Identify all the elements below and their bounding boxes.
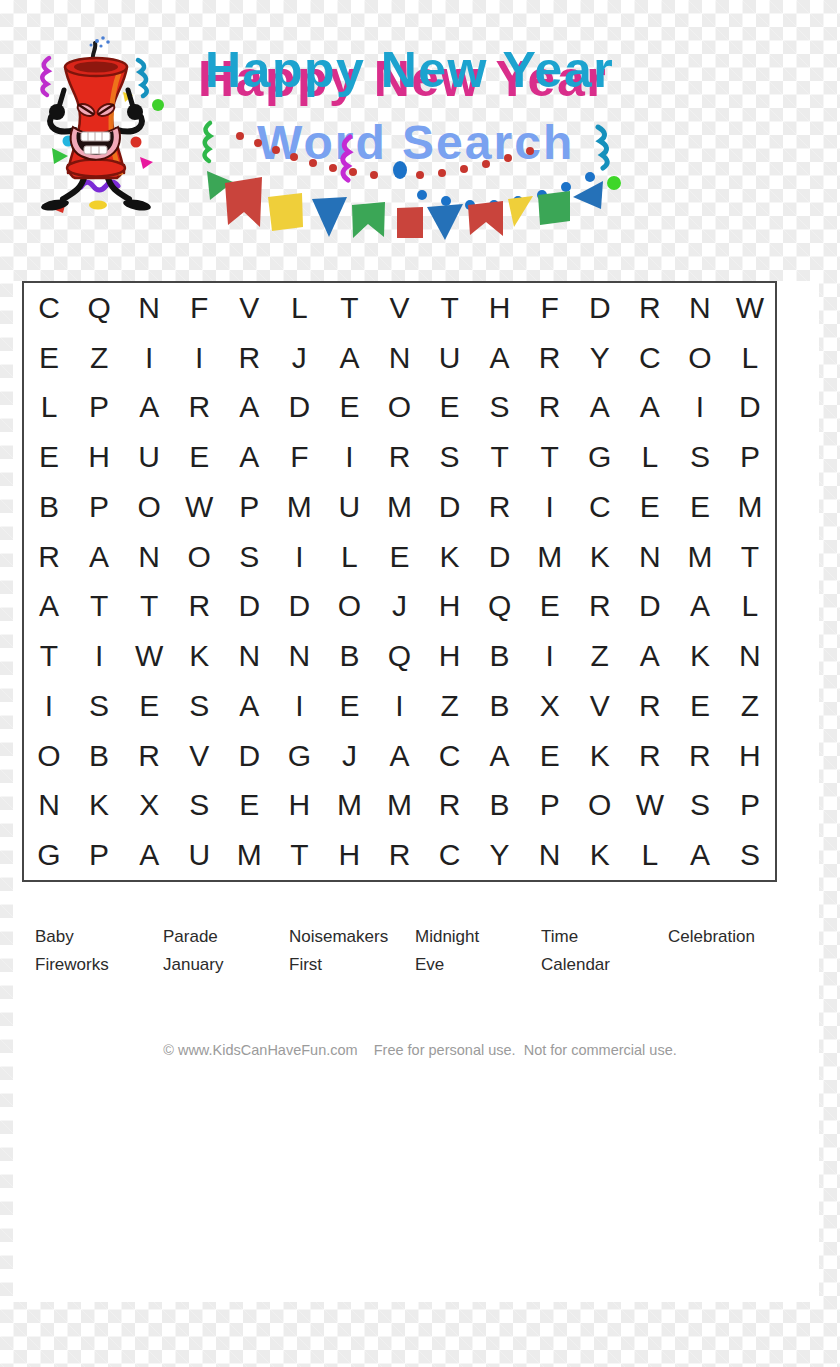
word-list-item: Eve (415, 956, 541, 974)
grid-cell[interactable]: E (124, 681, 174, 731)
grid-cell[interactable]: A (625, 383, 675, 433)
grid-cell[interactable]: R (525, 333, 575, 383)
grid-cell[interactable]: T (124, 582, 174, 632)
grid-cell[interactable]: O (124, 482, 174, 532)
grid-cell[interactable]: Z (425, 681, 475, 731)
grid-cell[interactable]: D (224, 731, 274, 781)
grid-cell[interactable]: J (374, 582, 424, 632)
grid-cell[interactable]: A (675, 582, 725, 632)
grid-cell[interactable]: R (625, 731, 675, 781)
grid-cell[interactable]: E (324, 383, 374, 433)
grid-cell[interactable]: R (475, 482, 525, 532)
grid-cell[interactable]: D (625, 582, 675, 632)
grid-cell[interactable]: T (475, 432, 525, 482)
grid-cell[interactable]: H (324, 830, 374, 880)
grid-cell[interactable]: E (525, 582, 575, 632)
grid-cell[interactable]: Z (575, 631, 625, 681)
grid-cell[interactable]: L (24, 383, 74, 433)
grid-cell[interactable]: I (24, 681, 74, 731)
grid-cell[interactable]: A (625, 631, 675, 681)
grid-cell[interactable]: M (525, 532, 575, 582)
grid-cell[interactable]: O (324, 582, 374, 632)
grid-cell[interactable]: Z (74, 333, 124, 383)
grid-cell[interactable]: I (274, 532, 324, 582)
word-list-item: Baby (35, 928, 163, 946)
party-pennant-banner-icon (190, 115, 650, 245)
word-list-item: Fireworks (35, 956, 163, 974)
grid-cell[interactable]: G (575, 432, 625, 482)
word-list-item: First (289, 956, 415, 974)
grid-cell[interactable]: N (374, 333, 424, 383)
grid-cell[interactable]: R (24, 532, 74, 582)
grid-cell[interactable]: K (575, 731, 625, 781)
grid-cell[interactable]: L (625, 830, 675, 880)
grid-cell[interactable]: P (74, 383, 124, 433)
grid-cell[interactable]: A (124, 830, 174, 880)
grid-cell[interactable]: N (124, 532, 174, 582)
grid-cell[interactable]: K (575, 830, 625, 880)
grid-cell[interactable]: S (425, 432, 475, 482)
grid-cell[interactable]: G (274, 731, 324, 781)
grid-cell[interactable]: P (74, 482, 124, 532)
grid-cell[interactable]: F (174, 283, 224, 333)
grid-cell[interactable]: K (575, 532, 625, 582)
grid-cell[interactable]: E (525, 731, 575, 781)
grid-cell[interactable]: R (525, 383, 575, 433)
grid-cell[interactable]: B (475, 681, 525, 731)
grid-cell[interactable]: V (374, 283, 424, 333)
grid-cell[interactable]: V (575, 681, 625, 731)
word-list-item: Calendar (541, 956, 668, 974)
grid-cell[interactable]: K (174, 631, 224, 681)
grid-cell[interactable]: M (274, 482, 324, 532)
grid-cell[interactable]: U (174, 830, 224, 880)
grid-cell[interactable]: U (425, 333, 475, 383)
grid-cell[interactable]: B (475, 781, 525, 831)
grid-cell[interactable]: N (124, 283, 174, 333)
grid-cell[interactable]: H (425, 582, 475, 632)
grid-cell[interactable]: Q (74, 283, 124, 333)
grid-cell[interactable]: F (274, 432, 324, 482)
grid-cell[interactable]: C (425, 830, 475, 880)
grid-cell[interactable]: W (174, 482, 224, 532)
grid-cell[interactable]: V (174, 731, 224, 781)
grid-cell[interactable]: N (525, 830, 575, 880)
grid-cell[interactable]: E (374, 532, 424, 582)
grid-cell[interactable]: S (475, 383, 525, 433)
grid-cell[interactable]: I (525, 482, 575, 532)
grid-cell[interactable]: L (274, 283, 324, 333)
grid-cell[interactable]: P (725, 432, 775, 482)
grid-cell[interactable]: P (525, 781, 575, 831)
grid-cell[interactable]: R (374, 830, 424, 880)
grid-cell[interactable]: C (625, 333, 675, 383)
grid-cell[interactable]: E (425, 383, 475, 433)
grid-cell[interactable]: A (324, 333, 374, 383)
grid-cell[interactable]: O (675, 333, 725, 383)
grid-cell[interactable]: I (324, 432, 374, 482)
grid-cell[interactable]: T (725, 532, 775, 582)
grid-cell[interactable]: O (575, 781, 625, 831)
grid-cell[interactable]: P (725, 781, 775, 831)
grid-cell[interactable]: A (224, 432, 274, 482)
grid-cell[interactable]: S (74, 681, 124, 731)
grid-cell[interactable]: O (374, 383, 424, 433)
title-happy-new-year: Happy New Year (205, 44, 614, 97)
grid-cell[interactable]: T (324, 283, 374, 333)
grid-cell[interactable]: A (475, 731, 525, 781)
grid-cell[interactable]: J (324, 731, 374, 781)
grid-cell[interactable]: F (525, 283, 575, 333)
grid-cell[interactable]: A (675, 830, 725, 880)
grid-cell[interactable]: M (324, 781, 374, 831)
grid-cell[interactable]: J (274, 333, 324, 383)
grid-cell[interactable]: R (174, 383, 224, 433)
grid-cell[interactable]: U (324, 482, 374, 532)
grid-cell[interactable]: A (224, 383, 274, 433)
grid-cell[interactable]: W (725, 283, 775, 333)
grid-cell[interactable]: S (174, 681, 224, 731)
grid-cell[interactable]: I (174, 333, 224, 383)
grid-cell[interactable]: R (625, 283, 675, 333)
grid-cell[interactable]: G (24, 830, 74, 880)
worksheet-canvas: { "game": "word_search", "title": { "lin… (0, 0, 840, 1367)
grid-cell[interactable]: U (124, 432, 174, 482)
grid-cell[interactable]: P (74, 830, 124, 880)
grid-cell[interactable]: A (224, 681, 274, 731)
grid-cell[interactable]: T (425, 283, 475, 333)
grid-cell[interactable]: D (274, 383, 324, 433)
grid-cell[interactable]: H (475, 283, 525, 333)
grid-cell[interactable]: X (124, 781, 174, 831)
word-list-item: Noisemakers (289, 928, 415, 946)
grid-cell[interactable]: T (274, 830, 324, 880)
grid-cell[interactable]: E (324, 681, 374, 731)
grid-cell[interactable]: M (374, 482, 424, 532)
grid-cell[interactable]: D (224, 582, 274, 632)
grid-cell[interactable]: A (475, 333, 525, 383)
grid-cell[interactable]: L (725, 582, 775, 632)
grid-cell[interactable]: K (74, 781, 124, 831)
grid-cell[interactable]: H (74, 432, 124, 482)
grid-cell[interactable]: B (324, 631, 374, 681)
grid-cell[interactable]: B (24, 482, 74, 532)
grid-cell[interactable]: H (274, 781, 324, 831)
grid-cell[interactable]: M (675, 532, 725, 582)
grid-cell[interactable]: K (675, 631, 725, 681)
grid-cell[interactable]: C (575, 482, 625, 532)
copyright-footer: © www.KidsCanHaveFun.com Free for person… (0, 1042, 840, 1058)
grid-cell[interactable]: V (224, 283, 274, 333)
grid-cell[interactable]: I (525, 631, 575, 681)
word-list-item: Celebration (668, 928, 818, 946)
grid-cell[interactable]: N (224, 631, 274, 681)
grid-cell[interactable]: N (274, 631, 324, 681)
word-list-item: Midnight (415, 928, 541, 946)
grid-cell[interactable]: D (725, 383, 775, 433)
grid-cell[interactable]: L (725, 333, 775, 383)
grid-cell[interactable]: D (575, 283, 625, 333)
grid-cell[interactable]: X (525, 681, 575, 731)
grid-cell[interactable]: I (74, 631, 124, 681)
grid-cell[interactable]: B (74, 731, 124, 781)
grid-cell[interactable]: R (124, 731, 174, 781)
grid-cell[interactable]: I (675, 383, 725, 433)
grid-cell[interactable]: R (174, 582, 224, 632)
grid-cell[interactable]: A (24, 582, 74, 632)
grid-cell[interactable]: I (274, 681, 324, 731)
firecracker-mascot-icon (35, 35, 185, 240)
grid-cell[interactable]: E (224, 781, 274, 831)
grid-cell[interactable]: M (374, 781, 424, 831)
word-list-item: Parade (163, 928, 289, 946)
grid-cell[interactable]: L (324, 532, 374, 582)
word-search-grid: CQNFVLTVTHFDRNWEZIIRJANUARYCOLLPARADEOES… (22, 281, 777, 882)
grid-cell[interactable]: B (475, 631, 525, 681)
grid-cell[interactable]: S (224, 532, 274, 582)
grid-cell[interactable]: K (425, 532, 475, 582)
grid-cell[interactable]: D (274, 582, 324, 632)
grid-cell[interactable]: E (24, 432, 74, 482)
grid-cell[interactable]: S (675, 432, 725, 482)
word-list-item: Time (541, 928, 668, 946)
grid-cell[interactable]: P (224, 482, 274, 532)
grid-cell[interactable]: I (374, 681, 424, 731)
grid-cell[interactable]: H (425, 631, 475, 681)
grid-cell[interactable]: E (174, 432, 224, 482)
grid-cell[interactable]: R (675, 731, 725, 781)
grid-cell[interactable]: I (124, 333, 174, 383)
grid-cell[interactable]: R (425, 781, 475, 831)
grid-cell[interactable]: E (24, 333, 74, 383)
grid-cell[interactable]: Y (475, 830, 525, 880)
grid-cell[interactable]: C (425, 731, 475, 781)
grid-cell[interactable]: Q (374, 631, 424, 681)
grid-cell[interactable]: T (74, 582, 124, 632)
grid-cell[interactable]: W (124, 631, 174, 681)
grid-cell[interactable]: M (725, 482, 775, 532)
grid-cell[interactable]: A (124, 383, 174, 433)
grid-cell[interactable]: Q (475, 582, 525, 632)
grid-cell[interactable]: T (525, 432, 575, 482)
grid-cell[interactable]: O (24, 731, 74, 781)
grid-cell[interactable]: S (675, 781, 725, 831)
grid-cell[interactable]: Z (725, 681, 775, 731)
grid-cell[interactable]: S (174, 781, 224, 831)
grid-cell[interactable]: N (675, 283, 725, 333)
grid-cell[interactable]: Y (575, 333, 625, 383)
grid-cell[interactable]: R (224, 333, 274, 383)
grid-cell[interactable]: E (625, 482, 675, 532)
grid-cell[interactable]: E (675, 681, 725, 731)
grid-cell[interactable]: A (374, 731, 424, 781)
grid-cell[interactable]: S (725, 830, 775, 880)
grid-cell[interactable]: D (425, 482, 475, 532)
grid-cell[interactable]: R (374, 432, 424, 482)
grid-cell[interactable]: N (24, 781, 74, 831)
grid-cell[interactable]: R (575, 582, 625, 632)
grid-cell[interactable]: A (74, 532, 124, 582)
grid-cell[interactable]: H (725, 731, 775, 781)
grid-cell[interactable]: A (575, 383, 625, 433)
grid-cell[interactable]: N (625, 532, 675, 582)
word-list-item: January (163, 956, 289, 974)
grid-cell[interactable]: O (174, 532, 224, 582)
word-list: BabyParadeNoisemakersMidnightTimeCelebra… (35, 928, 818, 974)
grid-cell[interactable]: L (625, 432, 675, 482)
grid-cell[interactable]: R (625, 681, 675, 731)
grid-cell[interactable]: M (224, 830, 274, 880)
grid-cell[interactable]: T (24, 631, 74, 681)
grid-cell[interactable]: E (675, 482, 725, 532)
grid-cell[interactable]: W (625, 781, 675, 831)
grid-cell[interactable]: C (24, 283, 74, 333)
grid-cell[interactable]: N (725, 631, 775, 681)
grid-cell[interactable]: D (475, 532, 525, 582)
